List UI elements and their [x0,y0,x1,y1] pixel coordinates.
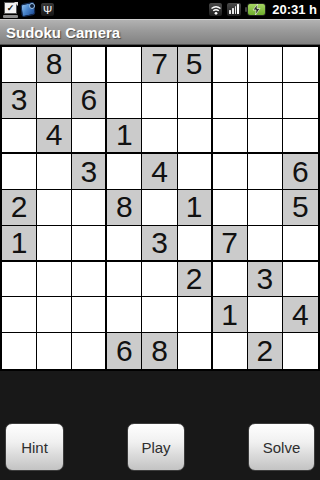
cell-r2c3[interactable]: 6 [72,83,107,119]
cell-r3c7[interactable] [213,119,248,155]
usb-connected-icon: Ψ [40,2,55,17]
cell-r9c2[interactable] [37,333,72,369]
cell-r7c4[interactable] [107,262,142,298]
cell-r8c5[interactable] [142,297,177,333]
cell-r4c2[interactable] [37,154,72,190]
cell-r5c2[interactable] [37,190,72,226]
cell-r4c9[interactable]: 6 [283,154,318,190]
cell-r6c5[interactable]: 3 [142,226,177,262]
cell-r3c2[interactable]: 4 [37,119,72,155]
cell-r3c4[interactable]: 1 [107,119,142,155]
cell-r5c1[interactable]: 2 [2,190,37,226]
cell-r7c7[interactable] [213,262,248,298]
cell-r5c8[interactable] [248,190,283,226]
sudoku-board: 875364134628151372314682 [0,45,320,371]
cell-r9c8[interactable]: 2 [248,333,283,369]
cell-r8c1[interactable] [2,297,37,333]
cell-r5c7[interactable] [213,190,248,226]
cell-r1c6[interactable]: 5 [178,47,213,83]
cell-r8c9[interactable]: 4 [283,297,318,333]
cell-r1c5[interactable]: 7 [142,47,177,83]
camera-app-notification-icon [21,2,37,18]
lightning-bolt-icon [252,4,261,15]
solve-button[interactable]: Solve [248,423,315,471]
camera-lens-icon [29,3,35,9]
cell-r8c4[interactable] [107,297,142,333]
status-icons-right: 20:31 h [208,2,317,17]
cell-r2c5[interactable] [142,83,177,119]
cell-r4c7[interactable] [213,154,248,190]
cell-r7c6[interactable]: 2 [178,262,213,298]
cell-r4c8[interactable] [248,154,283,190]
cell-r4c3[interactable]: 3 [72,154,107,190]
cell-r8c7[interactable]: 1 [213,297,248,333]
cell-r5c4[interactable]: 8 [107,190,142,226]
cell-r7c2[interactable] [37,262,72,298]
cell-r1c7[interactable] [213,47,248,83]
cell-r1c4[interactable] [107,47,142,83]
notification-check-icon: ✓ [3,2,18,18]
title-bar: Sudoku Camera [0,19,320,45]
play-button[interactable]: Play [127,423,185,471]
cell-r6c1[interactable]: 1 [2,226,37,262]
cell-r2c6[interactable] [178,83,213,119]
cell-r6c4[interactable] [107,226,142,262]
cell-r4c5[interactable]: 4 [142,154,177,190]
cell-r7c8[interactable]: 3 [248,262,283,298]
cell-r3c1[interactable] [2,119,37,155]
clock-text: 20:31 h [272,2,317,17]
sdcard-bar [3,15,18,18]
cell-r3c5[interactable] [142,119,177,155]
cell-r3c8[interactable] [248,119,283,155]
status-bar: ✓ Ψ [0,0,320,19]
wifi-icon [208,2,223,17]
cell-r2c4[interactable] [107,83,142,119]
cell-r2c8[interactable] [248,83,283,119]
cell-r6c7[interactable]: 7 [213,226,248,262]
cell-r9c1[interactable] [2,333,37,369]
cell-r5c9[interactable]: 5 [283,190,318,226]
cell-r9c5[interactable]: 8 [142,333,177,369]
cell-r8c6[interactable] [178,297,213,333]
cell-r9c3[interactable] [72,333,107,369]
bottom-button-bar: Hint Play Solve [0,371,320,480]
cell-r9c4[interactable]: 6 [107,333,142,369]
cell-r3c3[interactable] [72,119,107,155]
cell-r1c1[interactable] [2,47,37,83]
cell-r9c6[interactable] [178,333,213,369]
cell-r8c3[interactable] [72,297,107,333]
cell-r9c9[interactable] [283,333,318,369]
cell-r1c2[interactable]: 8 [37,47,72,83]
cell-r7c5[interactable] [142,262,177,298]
cell-r1c9[interactable] [283,47,318,83]
cell-r4c4[interactable] [107,154,142,190]
cell-r1c3[interactable] [72,47,107,83]
cell-r7c3[interactable] [72,262,107,298]
cell-r4c6[interactable] [178,154,213,190]
app-title: Sudoku Camera [6,24,120,41]
cell-r2c1[interactable]: 3 [2,83,37,119]
cell-r2c7[interactable] [213,83,248,119]
sudoku-camera-screen: ✓ Ψ [0,0,320,480]
hint-button[interactable]: Hint [5,423,64,471]
cell-r8c8[interactable] [248,297,283,333]
cell-r9c7[interactable] [213,333,248,369]
cell-r6c2[interactable] [37,226,72,262]
cell-r2c2[interactable] [37,83,72,119]
cell-r3c6[interactable] [178,119,213,155]
cell-r3c9[interactable] [283,119,318,155]
signal-strength-icon [226,2,242,17]
cell-r5c3[interactable] [72,190,107,226]
status-icons-left: ✓ Ψ [3,2,208,18]
fold-corner [14,2,18,6]
cell-r6c9[interactable] [283,226,318,262]
cell-r7c9[interactable] [283,262,318,298]
cell-r2c9[interactable] [283,83,318,119]
cell-r7c1[interactable] [2,262,37,298]
cell-r6c8[interactable] [248,226,283,262]
cell-r4c1[interactable] [2,154,37,190]
cell-r6c6[interactable] [178,226,213,262]
cell-r8c2[interactable] [37,297,72,333]
battery-charging-icon [245,3,267,16]
cell-r5c6[interactable]: 1 [178,190,213,226]
cell-r1c8[interactable] [248,47,283,83]
cell-r6c3[interactable] [72,226,107,262]
cell-r5c5[interactable] [142,190,177,226]
